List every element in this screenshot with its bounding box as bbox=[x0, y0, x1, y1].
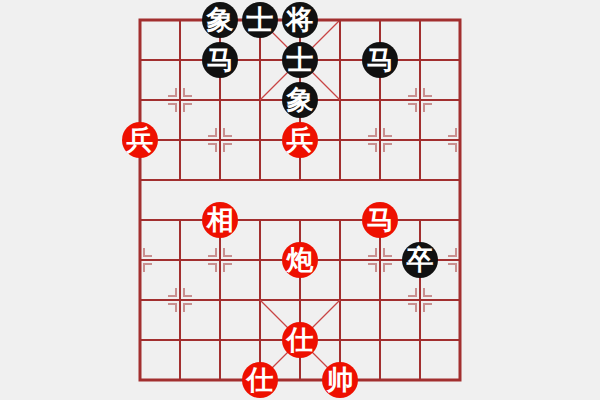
piece-black-king[interactable]: 将 bbox=[282, 2, 318, 38]
piece-red-pawn[interactable]: 兵 bbox=[122, 122, 158, 158]
piece-black-advisor[interactable]: 士 bbox=[282, 42, 318, 78]
piece-black-advisor[interactable]: 士 bbox=[242, 2, 278, 38]
piece-red-advisor[interactable]: 仕 bbox=[242, 362, 278, 398]
piece-black-horse[interactable]: 马 bbox=[362, 42, 398, 78]
piece-black-horse[interactable]: 马 bbox=[202, 42, 238, 78]
piece-red-cannon[interactable]: 炮 bbox=[282, 242, 318, 278]
piece-red-horse[interactable]: 马 bbox=[362, 202, 398, 238]
piece-red-pawn[interactable]: 兵 bbox=[282, 122, 318, 158]
piece-black-elephant[interactable]: 象 bbox=[202, 2, 238, 38]
xiangqi-board[interactable]: 象士将马士马象兵兵相马炮卒仕仕帅 bbox=[0, 0, 600, 400]
screenshot-root: 象士将马士马象兵兵相马炮卒仕仕帅 bbox=[0, 0, 600, 400]
piece-black-elephant[interactable]: 象 bbox=[282, 82, 318, 118]
pieces-layer: 象士将马士马象兵兵相马炮卒仕仕帅 bbox=[0, 0, 600, 400]
piece-red-advisor[interactable]: 仕 bbox=[282, 322, 318, 358]
piece-black-pawn[interactable]: 卒 bbox=[402, 242, 438, 278]
piece-red-elephant[interactable]: 相 bbox=[202, 202, 238, 238]
piece-red-king[interactable]: 帅 bbox=[322, 362, 358, 398]
